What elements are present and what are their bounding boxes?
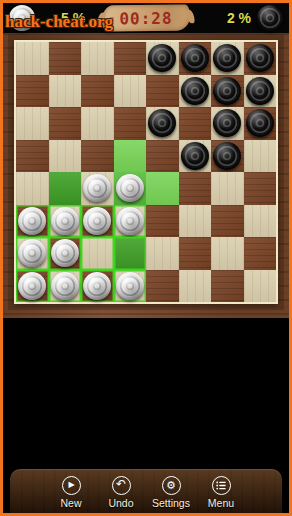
- cell-4-5[interactable]: [179, 172, 212, 205]
- lower-background: [3, 318, 289, 469]
- cell-4-3[interactable]: [114, 172, 147, 205]
- undo-button[interactable]: ↶ Undo: [99, 474, 143, 509]
- cell-0-4[interactable]: [146, 42, 179, 75]
- cell-5-1[interactable]: [49, 205, 82, 238]
- black-piece[interactable]: [181, 142, 209, 170]
- cell-3-0[interactable]: [16, 140, 49, 173]
- cell-7-4[interactable]: [146, 270, 179, 303]
- cell-0-6[interactable]: [211, 42, 244, 75]
- cell-2-5[interactable]: [179, 107, 212, 140]
- white-piece[interactable]: [116, 207, 144, 235]
- cell-0-7[interactable]: [244, 42, 277, 75]
- cell-5-6[interactable]: [211, 205, 244, 238]
- cell-2-0[interactable]: [16, 107, 49, 140]
- white-piece[interactable]: [18, 239, 46, 267]
- cell-4-2[interactable]: [81, 172, 114, 205]
- white-piece[interactable]: [51, 239, 79, 267]
- cell-6-0[interactable]: [16, 237, 49, 270]
- cell-6-3[interactable]: [114, 237, 147, 270]
- white-piece[interactable]: [18, 207, 46, 235]
- timer-plank: 00:28: [102, 5, 190, 32]
- cell-3-7[interactable]: [244, 140, 277, 173]
- settings-button[interactable]: ⚙ Settings: [149, 474, 193, 509]
- cell-3-4[interactable]: [146, 140, 179, 173]
- white-piece[interactable]: [51, 207, 79, 235]
- cell-3-3[interactable]: [114, 140, 147, 173]
- cell-5-4[interactable]: [146, 205, 179, 238]
- black-piece[interactable]: [181, 44, 209, 72]
- white-piece[interactable]: [83, 174, 111, 202]
- play-icon: ▶: [62, 476, 81, 495]
- cell-6-1[interactable]: [49, 237, 82, 270]
- menu-button[interactable]: Menu: [199, 474, 243, 509]
- cell-5-7[interactable]: [244, 205, 277, 238]
- black-piece-icon: [257, 5, 283, 31]
- cell-2-4[interactable]: [146, 107, 179, 140]
- cell-1-2[interactable]: [81, 75, 114, 108]
- black-piece[interactable]: [148, 109, 176, 137]
- cell-0-3[interactable]: [114, 42, 147, 75]
- cell-4-0[interactable]: [16, 172, 49, 205]
- cell-0-2[interactable]: [81, 42, 114, 75]
- black-piece[interactable]: [213, 109, 241, 137]
- undo-arrow-icon: ↶: [112, 476, 131, 495]
- cell-7-3[interactable]: [114, 270, 147, 303]
- cell-7-5[interactable]: [179, 270, 212, 303]
- menu-label: Menu: [208, 497, 234, 509]
- cell-1-1[interactable]: [49, 75, 82, 108]
- black-piece[interactable]: [213, 44, 241, 72]
- cell-1-0[interactable]: [16, 75, 49, 108]
- black-piece[interactable]: [213, 77, 241, 105]
- white-piece[interactable]: [83, 207, 111, 235]
- cell-3-1[interactable]: [49, 140, 82, 173]
- white-piece[interactable]: [51, 272, 79, 300]
- gear-icon: ⚙: [162, 476, 181, 495]
- cell-1-3[interactable]: [114, 75, 147, 108]
- cell-7-1[interactable]: [49, 270, 82, 303]
- cell-7-2[interactable]: [81, 270, 114, 303]
- bottom-toolbar: ▶ New ↶ Undo ⚙ Settings Menu: [10, 469, 282, 513]
- cell-6-7[interactable]: [244, 237, 277, 270]
- cell-4-7[interactable]: [244, 172, 277, 205]
- cell-5-0[interactable]: [16, 205, 49, 238]
- app-screen: hack-cheat.org 5 % 00:28 2 % ▶ New ↶ Und…: [0, 0, 292, 516]
- cell-1-6[interactable]: [211, 75, 244, 108]
- cell-2-6[interactable]: [211, 107, 244, 140]
- board: [14, 40, 278, 304]
- cell-0-0[interactable]: [16, 42, 49, 75]
- cell-4-6[interactable]: [211, 172, 244, 205]
- black-score: 2 %: [227, 10, 251, 26]
- cell-3-5[interactable]: [179, 140, 212, 173]
- cell-7-0[interactable]: [16, 270, 49, 303]
- white-piece[interactable]: [116, 174, 144, 202]
- cell-3-6[interactable]: [211, 140, 244, 173]
- black-piece[interactable]: [181, 77, 209, 105]
- cell-6-5[interactable]: [179, 237, 212, 270]
- undo-label: Undo: [108, 497, 133, 509]
- cell-1-5[interactable]: [179, 75, 212, 108]
- black-piece[interactable]: [246, 77, 274, 105]
- menu-list-icon: [212, 476, 231, 495]
- black-piece[interactable]: [246, 44, 274, 72]
- cell-1-4[interactable]: [146, 75, 179, 108]
- watermark: hack-cheat.org: [5, 12, 113, 32]
- cell-2-1[interactable]: [49, 107, 82, 140]
- black-piece[interactable]: [246, 109, 274, 137]
- cell-6-4[interactable]: [146, 237, 179, 270]
- timer: 00:28: [119, 8, 172, 28]
- cell-7-7[interactable]: [244, 270, 277, 303]
- cell-1-7[interactable]: [244, 75, 277, 108]
- cell-4-1[interactable]: [49, 172, 82, 205]
- cell-5-3[interactable]: [114, 205, 147, 238]
- cell-0-1[interactable]: [49, 42, 82, 75]
- cell-6-2[interactable]: [81, 237, 114, 270]
- white-piece[interactable]: [83, 272, 111, 300]
- white-piece[interactable]: [116, 272, 144, 300]
- wood-background: [3, 33, 289, 318]
- cell-3-2[interactable]: [81, 140, 114, 173]
- white-piece[interactable]: [18, 272, 46, 300]
- black-piece[interactable]: [213, 142, 241, 170]
- cell-6-6[interactable]: [211, 237, 244, 270]
- cell-5-2[interactable]: [81, 205, 114, 238]
- cell-5-5[interactable]: [179, 205, 212, 238]
- new-label: New: [60, 497, 81, 509]
- cell-7-6[interactable]: [211, 270, 244, 303]
- cell-2-2[interactable]: [81, 107, 114, 140]
- cell-2-3[interactable]: [114, 107, 147, 140]
- new-game-button[interactable]: ▶ New: [49, 474, 93, 509]
- cell-0-5[interactable]: [179, 42, 212, 75]
- cell-4-4[interactable]: [146, 172, 179, 205]
- cell-2-7[interactable]: [244, 107, 277, 140]
- settings-label: Settings: [152, 497, 190, 509]
- black-piece[interactable]: [148, 44, 176, 72]
